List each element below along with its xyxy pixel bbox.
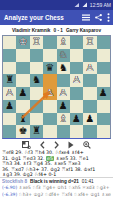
engine-pv-line: (-6.39) ♘h3+ ♔g2 ♘df4+ ♖xf4 ♘xf4+ ♔g1 ♗x… [2,192,111,199]
square-b1[interactable]: ♖ [83,36,96,49]
square-d7[interactable]: ♗ [57,113,70,126]
piece-wP: ♙ [43,87,56,100]
square-b5[interactable] [83,87,96,100]
square-c3[interactable] [70,62,83,75]
square-d2[interactable]: ♘ [57,49,70,62]
square-f4[interactable]: ♞ [30,74,43,87]
square-d3[interactable]: ♞ [57,62,70,75]
pv-eval: (-6.90) [2,185,17,190]
square-e3[interactable]: ♛ [43,62,56,75]
square-c2[interactable] [70,49,83,62]
piece-bR: ♜ [3,74,16,87]
square-c4[interactable]: ♙ [70,74,83,87]
square-h7[interactable] [3,113,16,126]
piece-bQ: ♛ [43,62,56,75]
pv-eval: (-6.39) [2,192,17,197]
square-f1[interactable]: ♖ [30,36,43,49]
piece-bP: ♟ [83,113,96,126]
pv-moves: ♗xe5 ♘f3 ♖g4+ ♔h1 ♘xh5 ♕xd3 ♘g3+ ♔g2 ♘f4… [19,185,111,190]
square-d6[interactable]: ♟ [57,100,70,113]
piece-bP: ♟ [3,100,16,113]
square-d5[interactable]: ♙ [57,87,70,100]
flip-board-icon[interactable] [22,141,31,149]
square-b6[interactable] [83,100,96,113]
square-c1[interactable] [70,36,83,49]
app-screen: 12:59 AM Analyze your Chess Vladimir [0,0,113,200]
square-h3[interactable] [3,62,16,75]
move-text[interactable]: 31. ♔g1 ♖ed3 32. [2,156,46,161]
piece-bP: ♟ [97,87,110,100]
black-player-name: Garry Kasparov [66,28,101,33]
piece-wB: ♗ [57,36,70,49]
square-c6[interactable] [70,100,83,113]
piece-wP: ♙ [3,87,16,100]
move-list-icon[interactable] [82,14,90,21]
square-g6[interactable] [16,100,29,113]
play-icon[interactable] [68,141,74,149]
square-e8[interactable] [43,125,56,138]
piece-bN: ♞ [30,74,43,87]
square-f5[interactable] [30,87,43,100]
engine-panel: Stockfish 8 Black is winning d=21 01:41 … [0,177,113,198]
square-h2[interactable] [3,49,16,62]
next-move-icon[interactable] [54,141,59,149]
app-title: Analyze your Chess [4,14,77,21]
piece-bP: ♟ [70,113,83,126]
square-d1[interactable]: ♗ [57,36,70,49]
game-header: Vladimir Kramnik 0 - 1 Garry Kasparov [0,26,113,34]
analyze-zoom-icon[interactable] [83,141,91,149]
piece-wP: ♙ [83,62,96,75]
square-a2[interactable] [97,49,110,62]
square-f6[interactable] [30,100,43,113]
square-g7[interactable]: ♝ [16,113,29,126]
square-h1[interactable] [3,36,16,49]
wifi-icon [74,2,80,8]
square-a1[interactable] [97,36,110,49]
square-g8[interactable]: ♚ [16,125,29,138]
engine-pv-line: (-6.90) ♗xe5 ♘f3 ♖g4+ ♔h1 ♘xh5 ♕xd3 ♘g3+… [2,185,111,192]
share-icon[interactable] [95,14,102,21]
square-b4[interactable] [83,74,96,87]
piece-wR: ♖ [83,36,96,49]
square-a7[interactable] [97,113,110,126]
piece-wP: ♙ [57,87,70,100]
square-g5[interactable]: ♟ [16,87,29,100]
square-d8[interactable] [57,125,70,138]
piece-wB: ♗ [57,113,70,126]
piece-bP: ♟ [57,100,70,113]
piece-wR: ♖ [30,36,43,49]
square-e6[interactable] [43,100,56,113]
piece-wP: ♙ [70,74,83,87]
game-result: 0 - 1 [53,28,62,33]
signal-icon [82,2,88,8]
square-g2[interactable] [16,49,29,62]
piece-bB: ♝ [16,113,29,126]
square-f7[interactable] [30,113,43,126]
move-list[interactable]: ♖ef8 29. ♘f3 ♖h4 30. ♘fxe4 ♗f4+ 31. ♔g1 … [2,150,111,178]
square-a6[interactable] [97,100,110,113]
piece-bN: ♞ [57,62,70,75]
square-c5[interactable] [70,87,83,100]
pv-moves: ♘h3+ ♔g2 ♘df4+ ♖xf4 ♘xf4+ ♔g1 ♗xe5 ♘f3 [19,192,111,197]
app-bar: Analyze your Chess [0,10,113,25]
chess-board[interactable]: ♔♖♗♖♘♛♞♙♜♞♙♙♟♙♙♟♟♟♝♗♟♟♚♜ [2,35,111,139]
piece-bP: ♟ [16,87,29,100]
square-e5[interactable]: ♙ [43,87,56,100]
square-h5[interactable]: ♙ [3,87,16,100]
square-b7[interactable]: ♟ [83,113,96,126]
move-text[interactable]: ♗xe5 33. ♖e1 [54,156,89,161]
square-f2[interactable] [30,49,43,62]
square-f3[interactable] [30,62,43,75]
square-f8[interactable]: ♜ [30,125,43,138]
overflow-menu-icon[interactable] [107,13,110,22]
piece-bK: ♚ [16,125,29,138]
square-b2[interactable] [83,49,96,62]
square-a4[interactable] [97,74,110,87]
square-b3[interactable]: ♙ [83,62,96,75]
current-move[interactable]: e5 [46,156,54,161]
square-a8[interactable] [97,125,110,138]
white-player-name: Vladimir Kramnik [12,28,51,33]
board-toolbar [0,139,113,150]
square-e7[interactable] [43,113,56,126]
square-g3[interactable] [16,62,29,75]
square-h6[interactable]: ♟ [3,100,16,113]
square-e1[interactable] [43,36,56,49]
piece-wK: ♔ [16,36,29,49]
square-c7[interactable]: ♟ [70,113,83,126]
square-a5[interactable]: ♟ [97,87,110,100]
square-g1[interactable]: ♔ [16,36,29,49]
square-a3[interactable] [97,62,110,75]
piece-bR: ♜ [30,125,43,138]
previous-move-icon[interactable] [40,141,45,149]
square-d4[interactable] [57,74,70,87]
piece-wN: ♘ [57,49,70,62]
square-h4[interactable]: ♜ [3,74,16,87]
square-e2[interactable] [43,49,56,62]
square-b8[interactable] [83,125,96,138]
square-e4[interactable] [43,74,56,87]
square-c8[interactable] [70,125,83,138]
square-g4[interactable] [16,74,29,87]
status-bar: 12:59 AM [0,0,113,10]
square-h8[interactable] [3,125,16,138]
status-time: 12:59 AM [90,0,111,10]
